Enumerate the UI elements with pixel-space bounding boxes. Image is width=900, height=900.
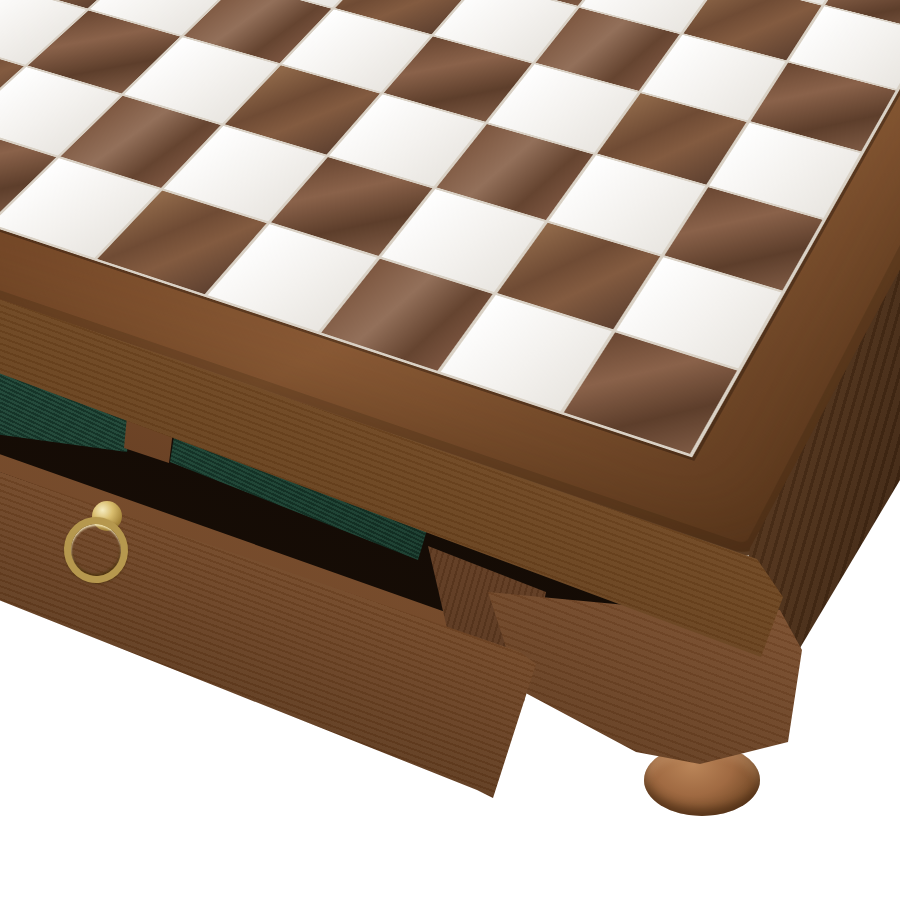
product-photo-chess-board-box <box>0 0 900 900</box>
